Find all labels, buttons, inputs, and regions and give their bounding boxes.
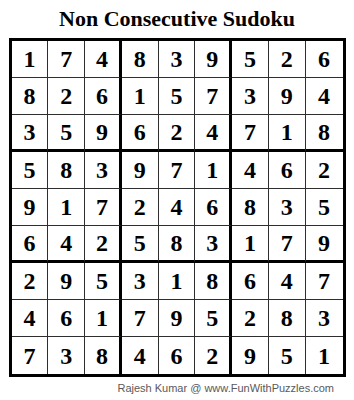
cell-r1c9: 6: [306, 41, 343, 78]
cell-r2c9: 4: [306, 78, 343, 115]
cell-r1c3: 4: [85, 41, 122, 78]
cell-r7c8: 4: [269, 263, 306, 300]
cell-r4c9: 2: [306, 152, 343, 189]
cell-r9c4: 4: [122, 337, 159, 374]
cell-r5c2: 1: [48, 189, 85, 226]
cell-r6c4: 5: [122, 226, 159, 263]
cell-r9c9: 1: [306, 337, 343, 374]
cell-r1c8: 2: [269, 41, 306, 78]
cell-r3c3: 9: [85, 115, 122, 152]
cell-r5c9: 5: [306, 189, 343, 226]
cell-r7c1: 2: [12, 263, 49, 300]
cell-r5c8: 3: [269, 189, 306, 226]
cell-r6c9: 9: [306, 226, 343, 263]
cell-r5c7: 8: [232, 189, 269, 226]
cell-r6c6: 3: [195, 226, 232, 263]
cell-r3c2: 5: [48, 115, 85, 152]
cell-r8c9: 3: [306, 300, 343, 337]
cell-r4c6: 1: [195, 152, 232, 189]
cell-r8c1: 4: [12, 300, 49, 337]
cell-r6c7: 1: [232, 226, 269, 263]
cell-r5c6: 6: [195, 189, 232, 226]
cell-r9c6: 2: [195, 337, 232, 374]
cell-r2c7: 3: [232, 78, 269, 115]
cell-r8c2: 6: [48, 300, 85, 337]
cell-r4c2: 8: [48, 152, 85, 189]
cell-r1c2: 7: [48, 41, 85, 78]
cell-r4c8: 6: [269, 152, 306, 189]
cell-r7c2: 9: [48, 263, 85, 300]
cell-r4c7: 4: [232, 152, 269, 189]
cell-r3c4: 6: [122, 115, 159, 152]
cell-r4c4: 9: [122, 152, 159, 189]
cell-r6c8: 7: [269, 226, 306, 263]
cell-r8c5: 9: [159, 300, 196, 337]
cell-r3c1: 3: [12, 115, 49, 152]
footer-credit: Rajesh Kumar @ www.FunWithPuzzles.com: [0, 382, 354, 394]
cell-r3c9: 8: [306, 115, 343, 152]
cell-r1c4: 8: [122, 41, 159, 78]
cell-r2c4: 1: [122, 78, 159, 115]
cell-r2c8: 9: [269, 78, 306, 115]
cell-r4c3: 3: [85, 152, 122, 189]
cell-r7c4: 3: [122, 263, 159, 300]
cell-r7c3: 5: [85, 263, 122, 300]
cell-r2c6: 7: [195, 78, 232, 115]
cell-r4c5: 7: [159, 152, 196, 189]
puzzle-title: Non Consecutive Sudoku: [0, 0, 354, 34]
cell-r7c7: 6: [232, 263, 269, 300]
cell-r9c2: 3: [48, 337, 85, 374]
cell-r2c2: 2: [48, 78, 85, 115]
cell-r2c3: 6: [85, 78, 122, 115]
cell-r5c4: 2: [122, 189, 159, 226]
cell-r1c6: 9: [195, 41, 232, 78]
cell-r7c5: 1: [159, 263, 196, 300]
cell-r6c3: 2: [85, 226, 122, 263]
cell-r5c5: 4: [159, 189, 196, 226]
puzzle-page: Non Consecutive Sudoku 17483952682615739…: [0, 0, 354, 400]
cell-r6c1: 6: [12, 226, 49, 263]
cell-r9c5: 6: [159, 337, 196, 374]
cell-r8c4: 7: [122, 300, 159, 337]
cell-r9c3: 8: [85, 337, 122, 374]
cell-r5c3: 7: [85, 189, 122, 226]
cell-r6c2: 4: [48, 226, 85, 263]
cell-r5c1: 9: [12, 189, 49, 226]
cell-r8c7: 2: [232, 300, 269, 337]
cell-r4c1: 5: [12, 152, 49, 189]
cell-r9c7: 9: [232, 337, 269, 374]
cell-r6c5: 8: [159, 226, 196, 263]
cell-r1c1: 1: [12, 41, 49, 78]
cell-r7c9: 7: [306, 263, 343, 300]
sudoku-grid: 1748395268261573943596247185839714629172…: [9, 38, 346, 377]
cell-r8c6: 5: [195, 300, 232, 337]
cell-r7c6: 8: [195, 263, 232, 300]
cell-r2c1: 8: [12, 78, 49, 115]
cell-r1c7: 5: [232, 41, 269, 78]
cell-r1c5: 3: [159, 41, 196, 78]
cell-r9c8: 5: [269, 337, 306, 374]
cell-r8c3: 1: [85, 300, 122, 337]
cell-r3c8: 1: [269, 115, 306, 152]
cell-r2c5: 5: [159, 78, 196, 115]
cell-r8c8: 8: [269, 300, 306, 337]
cell-r3c5: 2: [159, 115, 196, 152]
cell-r3c7: 7: [232, 115, 269, 152]
cell-r3c6: 4: [195, 115, 232, 152]
cell-r9c1: 7: [12, 337, 49, 374]
